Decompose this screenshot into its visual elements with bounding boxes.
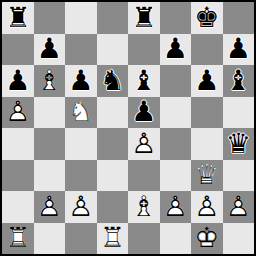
piece-black-rook: ♜ [129,2,159,33]
square-f8[interactable] [160,2,192,34]
knight-outline-glyph: ♘ [66,97,96,128]
pawn-outline-glyph: ♙ [34,191,64,222]
square-e3[interactable] [128,160,160,192]
square-g7[interactable] [191,34,223,66]
square-d4[interactable] [97,128,129,160]
square-c3[interactable] [65,160,97,192]
square-f6[interactable] [160,65,192,97]
piece-white-pawn: ♟♙ [160,191,190,222]
square-a5[interactable]: ♟♙ [2,97,34,129]
piece-white-bishop: ♝♗ [129,191,159,222]
square-f2[interactable]: ♟♙ [160,191,192,223]
square-b1[interactable] [34,223,66,255]
piece-black-king: ♚ [192,2,222,33]
piece-white-queen: ♛♕ [192,160,222,191]
square-a2[interactable] [2,191,34,223]
square-b3[interactable] [34,160,66,192]
square-d3[interactable] [97,160,129,192]
piece-black-pawn: ♟ [160,34,190,65]
square-a6[interactable]: ♟ [2,65,34,97]
square-e6[interactable]: ♝ [128,65,160,97]
square-b7[interactable]: ♟ [34,34,66,66]
piece-black-knight: ♞ [97,65,127,96]
pawn-outline-glyph: ♙ [66,191,96,222]
pawn-outline-glyph: ♙ [3,97,33,128]
piece-white-rook: ♜♖ [3,223,33,254]
piece-white-pawn: ♟♙ [192,191,222,222]
square-a1[interactable]: ♜♖ [2,223,34,255]
square-g4[interactable] [191,128,223,160]
square-g1[interactable]: ♚♔ [191,223,223,255]
square-e1[interactable] [128,223,160,255]
pawn-outline-glyph: ♙ [160,191,190,222]
pawn-outline-glyph: ♙ [192,191,222,222]
square-h3[interactable] [223,160,255,192]
bishop-outline-glyph: ♗ [129,191,159,222]
square-b2[interactable]: ♟♙ [34,191,66,223]
square-c4[interactable] [65,128,97,160]
square-h1[interactable] [223,223,255,255]
square-f7[interactable]: ♟ [160,34,192,66]
piece-white-bishop: ♝♗ [34,65,64,96]
square-e2[interactable]: ♝♗ [128,191,160,223]
piece-black-queen: ♛ [223,128,253,159]
square-d6[interactable]: ♞ [97,65,129,97]
square-h2[interactable]: ♟♙ [223,191,255,223]
square-g6[interactable]: ♟ [191,65,223,97]
piece-white-pawn: ♟♙ [223,191,253,222]
square-f3[interactable] [160,160,192,192]
square-b8[interactable] [34,2,66,34]
square-e7[interactable] [128,34,160,66]
bishop-outline-glyph: ♗ [34,65,64,96]
piece-white-knight: ♞♘ [66,97,96,128]
square-c6[interactable]: ♟ [65,65,97,97]
square-d8[interactable] [97,2,129,34]
square-a4[interactable] [2,128,34,160]
piece-white-pawn: ♟♙ [34,191,64,222]
square-e4[interactable]: ♟♙ [128,128,160,160]
square-h5[interactable] [223,97,255,129]
piece-black-bishop: ♝ [129,65,159,96]
rook-outline-glyph: ♖ [3,223,33,254]
square-g2[interactable]: ♟♙ [191,191,223,223]
king-outline-glyph: ♔ [192,223,222,254]
square-e5[interactable]: ♟ [128,97,160,129]
pawn-outline-glyph: ♙ [129,128,159,159]
square-g8[interactable]: ♚ [191,2,223,34]
piece-black-pawn: ♟ [34,34,64,65]
piece-white-rook: ♜♖ [97,223,127,254]
square-f1[interactable] [160,223,192,255]
square-c2[interactable]: ♟♙ [65,191,97,223]
piece-black-bishop: ♝ [223,65,253,96]
square-a3[interactable] [2,160,34,192]
piece-black-rook: ♜ [3,2,33,33]
piece-white-pawn: ♟♙ [129,128,159,159]
pawn-outline-glyph: ♙ [223,191,253,222]
queen-outline-glyph: ♕ [192,160,222,191]
square-a7[interactable] [2,34,34,66]
square-c1[interactable] [65,223,97,255]
piece-black-pawn: ♟ [3,65,33,96]
square-h8[interactable] [223,2,255,34]
square-b4[interactable] [34,128,66,160]
square-c7[interactable] [65,34,97,66]
square-d2[interactable] [97,191,129,223]
square-b5[interactable] [34,97,66,129]
piece-black-pawn: ♟ [192,65,222,96]
piece-black-pawn: ♟ [129,97,159,128]
piece-white-pawn: ♟♙ [3,97,33,128]
square-f5[interactable] [160,97,192,129]
square-f4[interactable] [160,128,192,160]
square-a8[interactable]: ♜ [2,2,34,34]
piece-black-pawn: ♟ [66,65,96,96]
rook-outline-glyph: ♖ [97,223,127,254]
square-h4[interactable]: ♛ [223,128,255,160]
chess-board: ♜♜♚♟♟♟♟♝♗♟♞♝♟♝♟♙♞♘♟♟♙♛♛♕♟♙♟♙♝♗♟♙♟♙♟♙♜♖♜♖… [0,0,256,256]
square-d5[interactable] [97,97,129,129]
square-e8[interactable]: ♜ [128,2,160,34]
square-h7[interactable]: ♟ [223,34,255,66]
square-h6[interactable]: ♝ [223,65,255,97]
square-d1[interactable]: ♜♖ [97,223,129,255]
square-c8[interactable] [65,2,97,34]
square-d7[interactable] [97,34,129,66]
square-c5[interactable]: ♞♘ [65,97,97,129]
square-g5[interactable] [191,97,223,129]
piece-white-king: ♚♔ [192,223,222,254]
square-b6[interactable]: ♝♗ [34,65,66,97]
piece-white-pawn: ♟♙ [66,191,96,222]
piece-black-pawn: ♟ [223,34,253,65]
square-g3[interactable]: ♛♕ [191,160,223,192]
